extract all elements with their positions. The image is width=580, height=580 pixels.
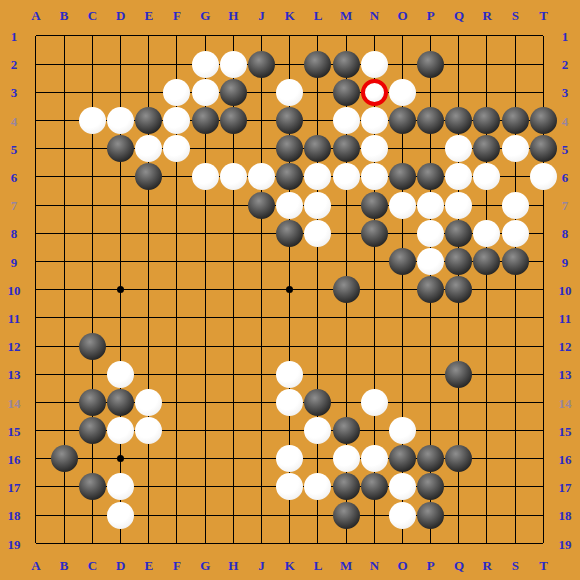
point-P10[interactable] xyxy=(417,276,445,304)
point-K16[interactable] xyxy=(276,445,304,473)
point-M12[interactable] xyxy=(332,332,360,360)
point-C3[interactable] xyxy=(78,78,106,106)
point-L2[interactable] xyxy=(304,50,332,78)
point-B14[interactable] xyxy=(50,388,78,416)
point-K14[interactable] xyxy=(276,388,304,416)
point-A17[interactable] xyxy=(22,473,50,501)
point-O17[interactable] xyxy=(388,473,416,501)
point-F14[interactable] xyxy=(163,388,191,416)
point-O7[interactable] xyxy=(388,191,416,219)
point-M11[interactable] xyxy=(332,304,360,332)
point-N7[interactable] xyxy=(360,191,388,219)
point-E17[interactable] xyxy=(135,473,163,501)
point-B8[interactable] xyxy=(50,219,78,247)
point-E19[interactable] xyxy=(135,529,163,557)
point-B5[interactable] xyxy=(50,135,78,163)
point-E8[interactable] xyxy=(135,219,163,247)
point-S17[interactable] xyxy=(501,473,529,501)
point-G10[interactable] xyxy=(191,276,219,304)
point-J15[interactable] xyxy=(247,417,275,445)
point-P3[interactable] xyxy=(417,78,445,106)
point-E2[interactable] xyxy=(135,50,163,78)
point-A1[interactable] xyxy=(22,22,50,50)
point-K4[interactable] xyxy=(276,106,304,134)
point-N3[interactable] xyxy=(360,78,388,106)
point-L17[interactable] xyxy=(304,473,332,501)
point-G16[interactable] xyxy=(191,445,219,473)
point-N2[interactable] xyxy=(360,50,388,78)
point-F13[interactable] xyxy=(163,360,191,388)
point-S2[interactable] xyxy=(501,50,529,78)
point-R4[interactable] xyxy=(473,106,501,134)
point-J6[interactable] xyxy=(247,163,275,191)
point-P16[interactable] xyxy=(417,445,445,473)
point-N12[interactable] xyxy=(360,332,388,360)
point-G1[interactable] xyxy=(191,22,219,50)
point-F19[interactable] xyxy=(163,529,191,557)
point-F6[interactable] xyxy=(163,163,191,191)
point-A2[interactable] xyxy=(22,50,50,78)
point-P2[interactable] xyxy=(417,50,445,78)
point-A14[interactable] xyxy=(22,388,50,416)
point-K18[interactable] xyxy=(276,501,304,529)
point-A16[interactable] xyxy=(22,445,50,473)
point-T7[interactable] xyxy=(529,191,557,219)
point-L11[interactable] xyxy=(304,304,332,332)
point-P11[interactable] xyxy=(417,304,445,332)
point-N14[interactable] xyxy=(360,388,388,416)
point-Q18[interactable] xyxy=(445,501,473,529)
point-A18[interactable] xyxy=(22,501,50,529)
point-K11[interactable] xyxy=(276,304,304,332)
point-P5[interactable] xyxy=(417,135,445,163)
point-G12[interactable] xyxy=(191,332,219,360)
point-F8[interactable] xyxy=(163,219,191,247)
point-R2[interactable] xyxy=(473,50,501,78)
point-Q5[interactable] xyxy=(445,135,473,163)
point-G5[interactable] xyxy=(191,135,219,163)
point-K2[interactable] xyxy=(276,50,304,78)
point-L5[interactable] xyxy=(304,135,332,163)
point-A6[interactable] xyxy=(22,163,50,191)
point-B12[interactable] xyxy=(50,332,78,360)
point-S7[interactable] xyxy=(501,191,529,219)
point-D17[interactable] xyxy=(106,473,134,501)
point-K17[interactable] xyxy=(276,473,304,501)
point-C5[interactable] xyxy=(78,135,106,163)
point-O12[interactable] xyxy=(388,332,416,360)
point-H3[interactable] xyxy=(219,78,247,106)
point-L1[interactable] xyxy=(304,22,332,50)
point-K15[interactable] xyxy=(276,417,304,445)
point-E13[interactable] xyxy=(135,360,163,388)
point-K6[interactable] xyxy=(276,163,304,191)
point-Q12[interactable] xyxy=(445,332,473,360)
point-H9[interactable] xyxy=(219,247,247,275)
point-Q6[interactable] xyxy=(445,163,473,191)
point-T10[interactable] xyxy=(529,276,557,304)
point-D13[interactable] xyxy=(106,360,134,388)
point-L13[interactable] xyxy=(304,360,332,388)
point-B7[interactable] xyxy=(50,191,78,219)
point-B4[interactable] xyxy=(50,106,78,134)
point-L14[interactable] xyxy=(304,388,332,416)
point-N18[interactable] xyxy=(360,501,388,529)
point-B1[interactable] xyxy=(50,22,78,50)
point-T5[interactable] xyxy=(529,135,557,163)
point-B15[interactable] xyxy=(50,417,78,445)
point-C15[interactable] xyxy=(78,417,106,445)
point-T9[interactable] xyxy=(529,247,557,275)
point-D7[interactable] xyxy=(106,191,134,219)
point-A13[interactable] xyxy=(22,360,50,388)
point-D9[interactable] xyxy=(106,247,134,275)
point-O16[interactable] xyxy=(388,445,416,473)
point-F18[interactable] xyxy=(163,501,191,529)
point-M15[interactable] xyxy=(332,417,360,445)
point-F15[interactable] xyxy=(163,417,191,445)
point-N17[interactable] xyxy=(360,473,388,501)
point-D5[interactable] xyxy=(106,135,134,163)
point-A15[interactable] xyxy=(22,417,50,445)
point-M4[interactable] xyxy=(332,106,360,134)
point-R11[interactable] xyxy=(473,304,501,332)
point-G17[interactable] xyxy=(191,473,219,501)
point-J14[interactable] xyxy=(247,388,275,416)
point-M19[interactable] xyxy=(332,529,360,557)
point-P7[interactable] xyxy=(417,191,445,219)
point-P17[interactable] xyxy=(417,473,445,501)
point-J2[interactable] xyxy=(247,50,275,78)
point-Q8[interactable] xyxy=(445,219,473,247)
point-Q11[interactable] xyxy=(445,304,473,332)
point-A9[interactable] xyxy=(22,247,50,275)
point-B9[interactable] xyxy=(50,247,78,275)
point-M14[interactable] xyxy=(332,388,360,416)
point-F11[interactable] xyxy=(163,304,191,332)
point-P9[interactable] xyxy=(417,247,445,275)
point-F7[interactable] xyxy=(163,191,191,219)
point-M13[interactable] xyxy=(332,360,360,388)
point-R3[interactable] xyxy=(473,78,501,106)
point-M16[interactable] xyxy=(332,445,360,473)
point-T3[interactable] xyxy=(529,78,557,106)
point-R5[interactable] xyxy=(473,135,501,163)
point-N8[interactable] xyxy=(360,219,388,247)
point-O15[interactable] xyxy=(388,417,416,445)
point-J7[interactable] xyxy=(247,191,275,219)
point-G2[interactable] xyxy=(191,50,219,78)
point-Q3[interactable] xyxy=(445,78,473,106)
point-R17[interactable] xyxy=(473,473,501,501)
point-F1[interactable] xyxy=(163,22,191,50)
point-O3[interactable] xyxy=(388,78,416,106)
point-J8[interactable] xyxy=(247,219,275,247)
point-R1[interactable] xyxy=(473,22,501,50)
point-J1[interactable] xyxy=(247,22,275,50)
point-H1[interactable] xyxy=(219,22,247,50)
point-R16[interactable] xyxy=(473,445,501,473)
point-G13[interactable] xyxy=(191,360,219,388)
point-P1[interactable] xyxy=(417,22,445,50)
point-B18[interactable] xyxy=(50,501,78,529)
point-C18[interactable] xyxy=(78,501,106,529)
point-R7[interactable] xyxy=(473,191,501,219)
point-B16[interactable] xyxy=(50,445,78,473)
point-E11[interactable] xyxy=(135,304,163,332)
point-P13[interactable] xyxy=(417,360,445,388)
point-C2[interactable] xyxy=(78,50,106,78)
point-D12[interactable] xyxy=(106,332,134,360)
point-M5[interactable] xyxy=(332,135,360,163)
point-S8[interactable] xyxy=(501,219,529,247)
point-T16[interactable] xyxy=(529,445,557,473)
point-A10[interactable] xyxy=(22,276,50,304)
point-T18[interactable] xyxy=(529,501,557,529)
point-K12[interactable] xyxy=(276,332,304,360)
point-K9[interactable] xyxy=(276,247,304,275)
point-E7[interactable] xyxy=(135,191,163,219)
point-O9[interactable] xyxy=(388,247,416,275)
point-H10[interactable] xyxy=(219,276,247,304)
point-H12[interactable] xyxy=(219,332,247,360)
point-T1[interactable] xyxy=(529,22,557,50)
point-P12[interactable] xyxy=(417,332,445,360)
point-B13[interactable] xyxy=(50,360,78,388)
point-F4[interactable] xyxy=(163,106,191,134)
point-C17[interactable] xyxy=(78,473,106,501)
point-M9[interactable] xyxy=(332,247,360,275)
point-T13[interactable] xyxy=(529,360,557,388)
point-J19[interactable] xyxy=(247,529,275,557)
point-F17[interactable] xyxy=(163,473,191,501)
point-D6[interactable] xyxy=(106,163,134,191)
point-F3[interactable] xyxy=(163,78,191,106)
point-R18[interactable] xyxy=(473,501,501,529)
point-K10[interactable] xyxy=(276,276,304,304)
point-B17[interactable] xyxy=(50,473,78,501)
point-H8[interactable] xyxy=(219,219,247,247)
point-A4[interactable] xyxy=(22,106,50,134)
point-Q2[interactable] xyxy=(445,50,473,78)
point-T15[interactable] xyxy=(529,417,557,445)
point-J10[interactable] xyxy=(247,276,275,304)
point-K7[interactable] xyxy=(276,191,304,219)
point-P4[interactable] xyxy=(417,106,445,134)
point-R13[interactable] xyxy=(473,360,501,388)
point-B11[interactable] xyxy=(50,304,78,332)
point-G9[interactable] xyxy=(191,247,219,275)
point-J4[interactable] xyxy=(247,106,275,134)
point-N4[interactable] xyxy=(360,106,388,134)
point-J3[interactable] xyxy=(247,78,275,106)
point-O8[interactable] xyxy=(388,219,416,247)
point-C6[interactable] xyxy=(78,163,106,191)
point-H13[interactable] xyxy=(219,360,247,388)
point-T19[interactable] xyxy=(529,529,557,557)
point-T4[interactable] xyxy=(529,106,557,134)
point-Q7[interactable] xyxy=(445,191,473,219)
point-L4[interactable] xyxy=(304,106,332,134)
point-S1[interactable] xyxy=(501,22,529,50)
point-H19[interactable] xyxy=(219,529,247,557)
point-T17[interactable] xyxy=(529,473,557,501)
point-O2[interactable] xyxy=(388,50,416,78)
point-Q1[interactable] xyxy=(445,22,473,50)
point-K19[interactable] xyxy=(276,529,304,557)
point-A12[interactable] xyxy=(22,332,50,360)
point-D8[interactable] xyxy=(106,219,134,247)
point-S5[interactable] xyxy=(501,135,529,163)
point-B10[interactable] xyxy=(50,276,78,304)
point-E14[interactable] xyxy=(135,388,163,416)
point-R12[interactable] xyxy=(473,332,501,360)
point-Q9[interactable] xyxy=(445,247,473,275)
point-L16[interactable] xyxy=(304,445,332,473)
point-A7[interactable] xyxy=(22,191,50,219)
point-M7[interactable] xyxy=(332,191,360,219)
point-E5[interactable] xyxy=(135,135,163,163)
point-H11[interactable] xyxy=(219,304,247,332)
point-H17[interactable] xyxy=(219,473,247,501)
point-J11[interactable] xyxy=(247,304,275,332)
point-Q13[interactable] xyxy=(445,360,473,388)
point-Q4[interactable] xyxy=(445,106,473,134)
point-T11[interactable] xyxy=(529,304,557,332)
point-N9[interactable] xyxy=(360,247,388,275)
point-S12[interactable] xyxy=(501,332,529,360)
point-P15[interactable] xyxy=(417,417,445,445)
point-E10[interactable] xyxy=(135,276,163,304)
point-L3[interactable] xyxy=(304,78,332,106)
point-M10[interactable] xyxy=(332,276,360,304)
point-O1[interactable] xyxy=(388,22,416,50)
point-G15[interactable] xyxy=(191,417,219,445)
point-G6[interactable] xyxy=(191,163,219,191)
point-F9[interactable] xyxy=(163,247,191,275)
point-B3[interactable] xyxy=(50,78,78,106)
point-O19[interactable] xyxy=(388,529,416,557)
point-M17[interactable] xyxy=(332,473,360,501)
point-N13[interactable] xyxy=(360,360,388,388)
point-G11[interactable] xyxy=(191,304,219,332)
point-Q15[interactable] xyxy=(445,417,473,445)
point-M6[interactable] xyxy=(332,163,360,191)
point-H4[interactable] xyxy=(219,106,247,134)
point-D4[interactable] xyxy=(106,106,134,134)
point-F5[interactable] xyxy=(163,135,191,163)
point-O5[interactable] xyxy=(388,135,416,163)
point-S13[interactable] xyxy=(501,360,529,388)
point-H14[interactable] xyxy=(219,388,247,416)
point-D18[interactable] xyxy=(106,501,134,529)
point-K13[interactable] xyxy=(276,360,304,388)
point-D2[interactable] xyxy=(106,50,134,78)
point-S3[interactable] xyxy=(501,78,529,106)
point-R8[interactable] xyxy=(473,219,501,247)
point-H2[interactable] xyxy=(219,50,247,78)
point-S18[interactable] xyxy=(501,501,529,529)
point-D10[interactable] xyxy=(106,276,134,304)
point-L6[interactable] xyxy=(304,163,332,191)
point-J17[interactable] xyxy=(247,473,275,501)
point-G14[interactable] xyxy=(191,388,219,416)
point-R10[interactable] xyxy=(473,276,501,304)
point-K3[interactable] xyxy=(276,78,304,106)
point-A11[interactable] xyxy=(22,304,50,332)
point-M8[interactable] xyxy=(332,219,360,247)
point-L8[interactable] xyxy=(304,219,332,247)
point-J16[interactable] xyxy=(247,445,275,473)
point-E18[interactable] xyxy=(135,501,163,529)
point-G3[interactable] xyxy=(191,78,219,106)
point-C9[interactable] xyxy=(78,247,106,275)
point-O11[interactable] xyxy=(388,304,416,332)
point-J5[interactable] xyxy=(247,135,275,163)
point-Q19[interactable] xyxy=(445,529,473,557)
point-M18[interactable] xyxy=(332,501,360,529)
point-N11[interactable] xyxy=(360,304,388,332)
point-D1[interactable] xyxy=(106,22,134,50)
point-Q14[interactable] xyxy=(445,388,473,416)
point-C16[interactable] xyxy=(78,445,106,473)
point-G4[interactable] xyxy=(191,106,219,134)
point-N15[interactable] xyxy=(360,417,388,445)
point-G18[interactable] xyxy=(191,501,219,529)
point-T14[interactable] xyxy=(529,388,557,416)
point-C14[interactable] xyxy=(78,388,106,416)
point-D14[interactable] xyxy=(106,388,134,416)
point-P6[interactable] xyxy=(417,163,445,191)
point-A3[interactable] xyxy=(22,78,50,106)
point-M2[interactable] xyxy=(332,50,360,78)
point-F2[interactable] xyxy=(163,50,191,78)
point-E16[interactable] xyxy=(135,445,163,473)
point-N1[interactable] xyxy=(360,22,388,50)
point-L15[interactable] xyxy=(304,417,332,445)
point-T8[interactable] xyxy=(529,219,557,247)
point-S10[interactable] xyxy=(501,276,529,304)
point-G7[interactable] xyxy=(191,191,219,219)
point-H7[interactable] xyxy=(219,191,247,219)
point-L9[interactable] xyxy=(304,247,332,275)
point-J13[interactable] xyxy=(247,360,275,388)
point-P18[interactable] xyxy=(417,501,445,529)
point-E1[interactable] xyxy=(135,22,163,50)
point-H16[interactable] xyxy=(219,445,247,473)
point-G8[interactable] xyxy=(191,219,219,247)
point-E12[interactable] xyxy=(135,332,163,360)
point-L10[interactable] xyxy=(304,276,332,304)
point-A8[interactable] xyxy=(22,219,50,247)
point-F10[interactable] xyxy=(163,276,191,304)
point-S6[interactable] xyxy=(501,163,529,191)
point-H6[interactable] xyxy=(219,163,247,191)
point-O10[interactable] xyxy=(388,276,416,304)
point-R6[interactable] xyxy=(473,163,501,191)
point-L7[interactable] xyxy=(304,191,332,219)
point-A5[interactable] xyxy=(22,135,50,163)
point-G19[interactable] xyxy=(191,529,219,557)
point-F12[interactable] xyxy=(163,332,191,360)
point-M1[interactable] xyxy=(332,22,360,50)
point-K1[interactable] xyxy=(276,22,304,50)
point-C13[interactable] xyxy=(78,360,106,388)
point-N16[interactable] xyxy=(360,445,388,473)
point-T2[interactable] xyxy=(529,50,557,78)
point-R9[interactable] xyxy=(473,247,501,275)
point-E3[interactable] xyxy=(135,78,163,106)
